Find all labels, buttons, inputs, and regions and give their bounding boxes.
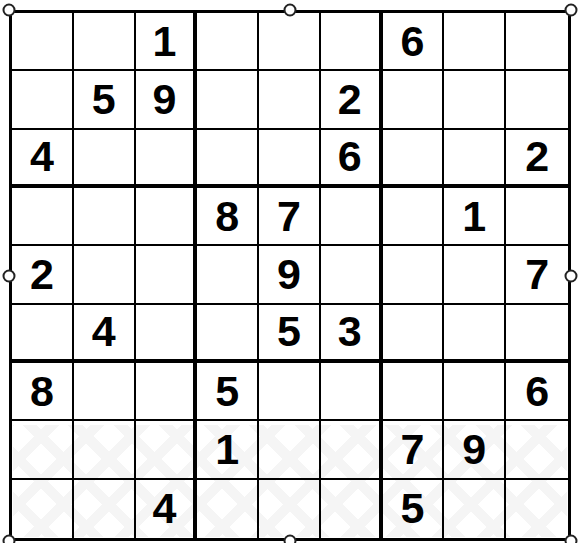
resize-handle-middle-left[interactable]	[3, 269, 16, 282]
selection-handles	[9, 10, 571, 541]
resize-handle-bottom-right[interactable]	[565, 535, 578, 543]
sudoku-image[interactable]: 1659246287129745385617945	[9, 10, 571, 541]
resize-handle-top-left[interactable]	[3, 4, 16, 17]
resize-handle-top-center[interactable]	[284, 4, 297, 17]
resize-handle-middle-right[interactable]	[565, 269, 578, 282]
resize-handle-bottom-center[interactable]	[284, 535, 297, 543]
resize-handle-top-right[interactable]	[565, 4, 578, 17]
document-canvas: { "game": "sudoku", "position": "..1...6…	[0, 0, 579, 543]
resize-handle-bottom-left[interactable]	[3, 535, 16, 543]
